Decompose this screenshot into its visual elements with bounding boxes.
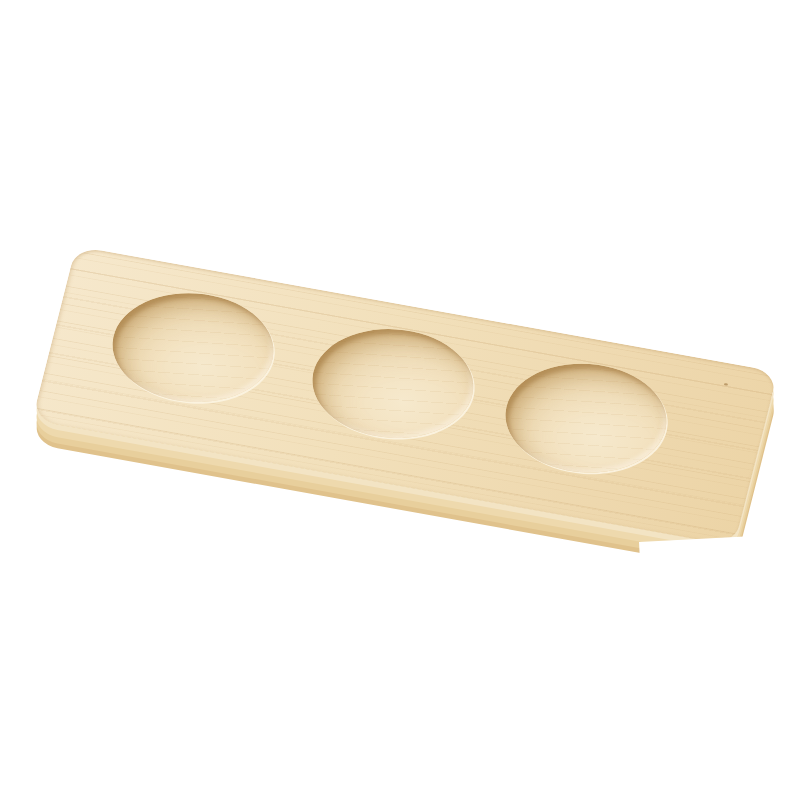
pit-left (109, 288, 277, 407)
wood-knot-speck (724, 383, 728, 386)
product-photo (0, 0, 800, 800)
pit-right (502, 359, 670, 478)
wooden-tray-board (32, 246, 778, 546)
pit-center (309, 324, 477, 443)
edge-notch-cutout (639, 535, 766, 591)
